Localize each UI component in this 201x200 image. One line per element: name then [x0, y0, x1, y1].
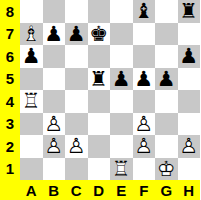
black-pawn[interactable]: ♟	[65, 23, 88, 46]
file-label-a: A	[20, 180, 43, 200]
square-b4[interactable]	[43, 90, 66, 113]
pawn-glyph-outline: ♙	[43, 113, 66, 136]
file-label-g: G	[155, 180, 178, 200]
square-a5[interactable]	[20, 68, 43, 91]
white-king[interactable]: ♚♔	[155, 158, 178, 181]
black-rook[interactable]: ♜	[88, 68, 111, 91]
square-d5[interactable]: ♜	[88, 68, 111, 91]
black-pawn[interactable]: ♟	[178, 45, 201, 68]
black-pawn[interactable]: ♟	[110, 68, 133, 91]
pawn-glyph-fill: ♟	[155, 68, 178, 91]
rank-label-5: 5	[0, 68, 20, 91]
rook-glyph-fill: ♜	[88, 68, 111, 91]
pawn-glyph-fill: ♟	[65, 23, 88, 46]
square-h6[interactable]: ♟	[178, 45, 201, 68]
square-a6[interactable]: ♟	[20, 45, 43, 68]
square-e1[interactable]: ♜♖	[110, 158, 133, 181]
square-h7[interactable]	[178, 23, 201, 46]
square-c2[interactable]: ♟♙	[65, 135, 88, 158]
rank-label-3: 3	[0, 113, 20, 136]
file-label-b: B	[43, 180, 66, 200]
black-pawn[interactable]: ♟	[155, 68, 178, 91]
square-b5[interactable]	[43, 68, 66, 91]
square-c7[interactable]: ♟	[65, 23, 88, 46]
square-b2[interactable]: ♟♙	[43, 135, 66, 158]
white-rook[interactable]: ♜♖	[110, 158, 133, 181]
white-pawn[interactable]: ♟♙	[133, 135, 156, 158]
rank-label-1: 1	[0, 158, 20, 181]
square-d1[interactable]	[88, 158, 111, 181]
square-f8[interactable]: ♝	[133, 0, 156, 23]
square-e7[interactable]	[110, 23, 133, 46]
rook-glyph-outline: ♖	[20, 90, 43, 113]
pawn-glyph-fill: ♟	[20, 45, 43, 68]
square-a4[interactable]: ♜♖	[20, 90, 43, 113]
pawn-glyph-fill: ♟	[110, 68, 133, 91]
file-label-f: F	[133, 180, 156, 200]
square-f5[interactable]: ♟	[133, 68, 156, 91]
square-d7[interactable]: ♚	[88, 23, 111, 46]
white-bishop[interactable]: ♝♗	[20, 23, 43, 46]
pawn-glyph-outline: ♙	[133, 135, 156, 158]
chess-board: 8♝♜7♝♗♟♟♚6♟♟5♜♟♟♟4♜♖3♟♙♟♙2♟♙♟♙♟♙♟♙1♜♖♚♔A…	[0, 0, 200, 200]
square-c5[interactable]	[65, 68, 88, 91]
black-king[interactable]: ♚	[88, 23, 111, 46]
square-e2[interactable]	[110, 135, 133, 158]
square-d8[interactable]	[88, 0, 111, 23]
square-c6[interactable]	[65, 45, 88, 68]
square-g1[interactable]: ♚♔	[155, 158, 178, 181]
square-a1[interactable]	[20, 158, 43, 181]
square-c8[interactable]	[65, 0, 88, 23]
square-h5[interactable]	[178, 68, 201, 91]
file-label-e: E	[110, 180, 133, 200]
square-g2[interactable]	[155, 135, 178, 158]
square-b3[interactable]: ♟♙	[43, 113, 66, 136]
rank-label-8: 8	[0, 0, 20, 23]
square-f6[interactable]	[133, 45, 156, 68]
black-pawn[interactable]: ♟	[20, 45, 43, 68]
pawn-glyph-fill: ♟	[178, 45, 201, 68]
square-d6[interactable]	[88, 45, 111, 68]
square-c4[interactable]	[65, 90, 88, 113]
square-g3[interactable]	[155, 113, 178, 136]
black-pawn[interactable]: ♟	[43, 23, 66, 46]
bishop-glyph-outline: ♗	[20, 23, 43, 46]
square-e4[interactable]	[110, 90, 133, 113]
rook-glyph-fill: ♜	[178, 0, 201, 23]
square-g5[interactable]: ♟	[155, 68, 178, 91]
square-a8[interactable]	[20, 0, 43, 23]
square-f7[interactable]	[133, 23, 156, 46]
file-label-h: H	[178, 180, 201, 200]
square-g6[interactable]	[155, 45, 178, 68]
rank-label-4: 4	[0, 90, 20, 113]
black-pawn[interactable]: ♟	[133, 68, 156, 91]
pawn-glyph-outline: ♙	[133, 113, 156, 136]
pawn-glyph-fill: ♟	[43, 23, 66, 46]
square-b6[interactable]	[43, 45, 66, 68]
square-f4[interactable]	[133, 90, 156, 113]
white-pawn[interactable]: ♟♙	[65, 135, 88, 158]
square-f2[interactable]: ♟♙	[133, 135, 156, 158]
rank-label-7: 7	[0, 23, 20, 46]
white-pawn[interactable]: ♟♙	[43, 135, 66, 158]
king-glyph-outline: ♔	[155, 158, 178, 181]
square-d2[interactable]	[88, 135, 111, 158]
corner-cell	[0, 180, 20, 200]
pawn-glyph-outline: ♙	[43, 135, 66, 158]
square-f3[interactable]: ♟♙	[133, 113, 156, 136]
black-bishop[interactable]: ♝	[133, 0, 156, 23]
square-g8[interactable]	[155, 0, 178, 23]
file-label-c: C	[65, 180, 88, 200]
white-rook[interactable]: ♜♖	[20, 90, 43, 113]
pawn-glyph-outline: ♙	[65, 135, 88, 158]
square-h1[interactable]	[178, 158, 201, 181]
square-e6[interactable]	[110, 45, 133, 68]
square-g4[interactable]	[155, 90, 178, 113]
square-e5[interactable]: ♟	[110, 68, 133, 91]
black-rook[interactable]: ♜	[178, 0, 201, 23]
square-h3[interactable]	[178, 113, 201, 136]
white-pawn[interactable]: ♟♙	[43, 113, 66, 136]
bishop-glyph-fill: ♝	[133, 0, 156, 23]
square-d4[interactable]	[88, 90, 111, 113]
square-f1[interactable]	[133, 158, 156, 181]
king-glyph-fill: ♚	[88, 23, 111, 46]
square-e8[interactable]	[110, 0, 133, 23]
rook-glyph-outline: ♖	[110, 158, 133, 181]
square-g7[interactable]	[155, 23, 178, 46]
square-c1[interactable]	[65, 158, 88, 181]
pawn-glyph-fill: ♟	[133, 68, 156, 91]
square-h2[interactable]: ♟♙	[178, 135, 201, 158]
square-b7[interactable]: ♟	[43, 23, 66, 46]
white-pawn[interactable]: ♟♙	[178, 135, 201, 158]
square-b8[interactable]	[43, 0, 66, 23]
file-label-d: D	[88, 180, 111, 200]
square-d3[interactable]	[88, 113, 111, 136]
square-a2[interactable]	[20, 135, 43, 158]
square-c3[interactable]	[65, 113, 88, 136]
square-e3[interactable]	[110, 113, 133, 136]
rank-label-6: 6	[0, 45, 20, 68]
square-a3[interactable]	[20, 113, 43, 136]
pawn-glyph-outline: ♙	[178, 135, 201, 158]
square-a7[interactable]: ♝♗	[20, 23, 43, 46]
square-h8[interactable]: ♜	[178, 0, 201, 23]
square-b1[interactable]	[43, 158, 66, 181]
white-pawn[interactable]: ♟♙	[133, 113, 156, 136]
rank-label-2: 2	[0, 135, 20, 158]
square-h4[interactable]	[178, 90, 201, 113]
